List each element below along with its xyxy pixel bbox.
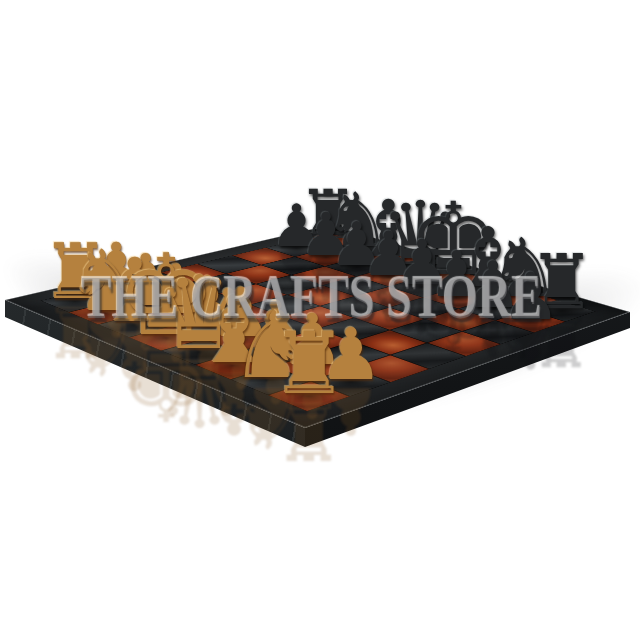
piece-layer: ♜♜♞♞♝♝♚♚♛♛♝♝♞♞♜♜♟♟♟♟♟♟♟♟♟♟♟♟♟♟♟♟♜♜♞♞♝♝♛♛… bbox=[0, 0, 640, 640]
piece-black-pawn-h7: ♟ bbox=[501, 264, 559, 329]
piece-white-rook-h1: ♜ bbox=[270, 320, 347, 406]
product-photo-scene: ♜♜♞♞♝♝♚♚♛♛♝♝♞♞♜♜♟♟♟♟♟♟♟♟♟♟♟♟♟♟♟♟♜♜♞♞♝♝♛♛… bbox=[0, 0, 640, 640]
